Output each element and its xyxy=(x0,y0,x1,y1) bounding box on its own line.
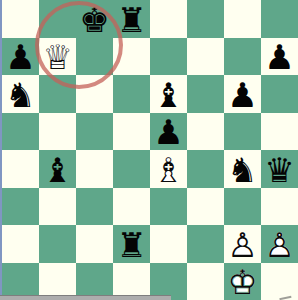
black-bishop[interactable]: ♝ xyxy=(153,78,183,112)
square-b6[interactable] xyxy=(39,75,76,113)
square-a8[interactable] xyxy=(2,0,39,38)
black-rook[interactable]: ♜ xyxy=(116,3,146,37)
square-g6[interactable]: ♟ xyxy=(224,75,261,113)
square-a5[interactable] xyxy=(2,113,39,151)
square-g1[interactable]: ♚♔ xyxy=(224,263,261,300)
square-e4[interactable]: ♝♗ xyxy=(150,150,187,188)
square-b7[interactable]: ♛♕ xyxy=(39,38,76,76)
square-g7[interactable] xyxy=(224,38,261,76)
square-b5[interactable] xyxy=(39,113,76,151)
square-e6[interactable]: ♝ xyxy=(150,75,187,113)
square-e8[interactable] xyxy=(150,0,187,38)
square-g5[interactable] xyxy=(224,113,261,151)
square-b2[interactable] xyxy=(39,225,76,263)
square-d2[interactable]: ♜ xyxy=(113,225,150,263)
square-c8[interactable]: ♚ xyxy=(76,0,113,38)
square-b3[interactable] xyxy=(39,188,76,226)
square-h4[interactable]: ♛ xyxy=(261,150,298,188)
square-f2[interactable] xyxy=(187,225,224,263)
square-f4[interactable] xyxy=(187,150,224,188)
square-b4[interactable]: ♝ xyxy=(39,150,76,188)
white-bishop[interactable]: ♝♗ xyxy=(153,153,183,187)
square-h5[interactable] xyxy=(261,113,298,151)
square-f3[interactable] xyxy=(187,188,224,226)
black-queen[interactable]: ♛ xyxy=(264,153,294,187)
square-h8[interactable] xyxy=(261,0,298,38)
square-f7[interactable] xyxy=(187,38,224,76)
square-d3[interactable] xyxy=(113,188,150,226)
square-c6[interactable] xyxy=(76,75,113,113)
square-a6[interactable]: ♞ xyxy=(2,75,39,113)
square-h3[interactable] xyxy=(261,188,298,226)
square-e2[interactable] xyxy=(150,225,187,263)
square-g8[interactable] xyxy=(224,0,261,38)
square-d5[interactable] xyxy=(113,113,150,151)
square-e7[interactable] xyxy=(150,38,187,76)
white-queen[interactable]: ♛♕ xyxy=(42,40,72,74)
square-e5[interactable]: ♟ xyxy=(150,113,187,151)
square-b8[interactable] xyxy=(39,0,76,38)
square-e3[interactable] xyxy=(150,188,187,226)
square-g2[interactable]: ♟♙ xyxy=(224,225,261,263)
square-d7[interactable] xyxy=(113,38,150,76)
chess-board: ♚♜♟♛♕♟♞♝♟♟♝♝♗♞♛♜♟♙♟♙♚♔ xyxy=(2,0,298,300)
square-f5[interactable] xyxy=(187,113,224,151)
black-knight[interactable]: ♞ xyxy=(227,153,257,187)
black-pawn[interactable]: ♟ xyxy=(5,40,35,74)
square-a7[interactable]: ♟ xyxy=(2,38,39,76)
square-d4[interactable] xyxy=(113,150,150,188)
square-c5[interactable] xyxy=(76,113,113,151)
square-h2[interactable]: ♟♙ xyxy=(261,225,298,263)
square-d8[interactable]: ♜ xyxy=(113,0,150,38)
square-c4[interactable] xyxy=(76,150,113,188)
square-d6[interactable] xyxy=(113,75,150,113)
square-a3[interactable] xyxy=(2,188,39,226)
square-c2[interactable] xyxy=(76,225,113,263)
window-left-border xyxy=(0,0,2,300)
white-pawn[interactable]: ♟♙ xyxy=(264,228,294,262)
square-c7[interactable] xyxy=(76,38,113,76)
square-f1[interactable] xyxy=(187,263,224,300)
square-a2[interactable] xyxy=(2,225,39,263)
white-king[interactable]: ♚♔ xyxy=(227,265,257,299)
white-pawn[interactable]: ♟♙ xyxy=(227,228,257,262)
square-f8[interactable] xyxy=(187,0,224,38)
window-bottom-edge-bar xyxy=(0,295,171,300)
square-h7[interactable]: ♟ xyxy=(261,38,298,76)
chess-app-window: ♚♜♟♛♕♟♞♝♟♟♝♝♗♞♛♜♟♙♟♙♚♔ xyxy=(0,0,298,300)
black-knight[interactable]: ♞ xyxy=(5,78,35,112)
square-f6[interactable] xyxy=(187,75,224,113)
black-king[interactable]: ♚ xyxy=(79,3,109,37)
black-rook[interactable]: ♜ xyxy=(116,228,146,262)
black-pawn[interactable]: ♟ xyxy=(264,40,294,74)
square-h6[interactable] xyxy=(261,75,298,113)
black-pawn[interactable]: ♟ xyxy=(153,115,183,149)
black-bishop[interactable]: ♝ xyxy=(42,153,72,187)
square-g4[interactable]: ♞ xyxy=(224,150,261,188)
square-g3[interactable] xyxy=(224,188,261,226)
square-a4[interactable] xyxy=(2,150,39,188)
black-pawn[interactable]: ♟ xyxy=(227,78,257,112)
square-c3[interactable] xyxy=(76,188,113,226)
